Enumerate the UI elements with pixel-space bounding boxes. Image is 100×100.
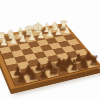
board-grid: ♜♞♝♛♚♝♞♜♟♟♟♟♟♟♟♟♟♟♟♟♟♟♟♟♜♞♝♛♚♝♞♜ — [0, 25, 98, 86]
scene: ♜♞♝♛♚♝♞♜♟♟♟♟♟♟♟♟♟♟♟♟♟♟♟♟♜♞♝♛♚♝♞♜ — [0, 0, 100, 100]
square-r7c5: ♝ — [64, 64, 78, 73]
chess-board: ♜♞♝♛♚♝♞♜♟♟♟♟♟♟♟♟♟♟♟♟♟♟♟♟♜♞♝♛♚♝♞♜ — [0, 23, 100, 89]
square-r3c3 — [31, 46, 44, 53]
chess-set-photo: ♜♞♝♛♚♝♞♜♟♟♟♟♟♟♟♟♟♟♟♟♟♟♟♟♜♞♝♛♚♝♞♜ — [0, 0, 100, 100]
